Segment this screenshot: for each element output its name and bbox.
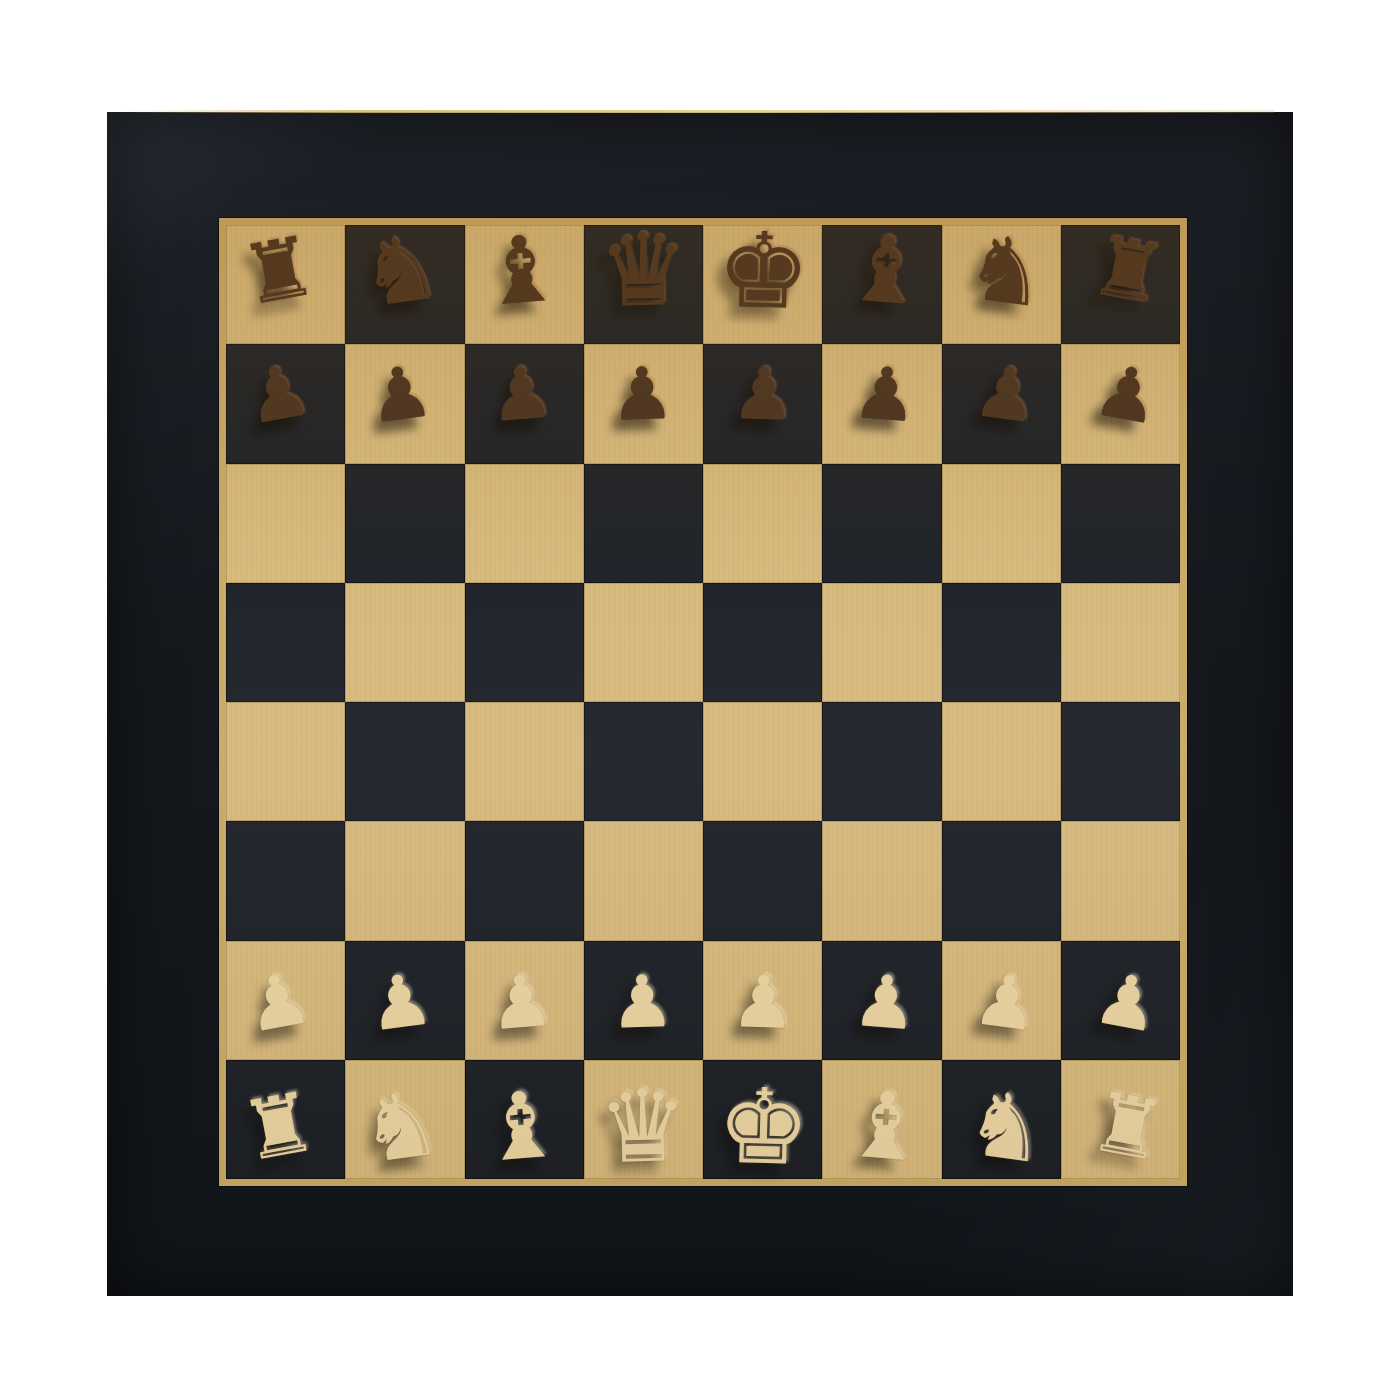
- white-king[interactable]: ♚: [716, 1074, 812, 1180]
- square-a7[interactable]: ♟: [226, 344, 345, 463]
- white-pawn[interactable]: ♟: [969, 962, 1042, 1042]
- square-g5[interactable]: [942, 583, 1061, 702]
- square-h5[interactable]: [1061, 583, 1180, 702]
- square-b2[interactable]: ♟: [345, 941, 464, 1060]
- square-e1[interactable]: ♚: [703, 1060, 822, 1179]
- black-pawn[interactable]: ♟: [850, 355, 920, 432]
- black-queen[interactable]: ♛: [596, 219, 688, 321]
- white-bishop[interactable]: ♝: [476, 1078, 565, 1176]
- square-b6[interactable]: [345, 464, 464, 583]
- square-d2[interactable]: ♟: [584, 941, 703, 1060]
- square-c2[interactable]: ♟: [465, 941, 584, 1060]
- square-f5[interactable]: [822, 583, 941, 702]
- square-d8[interactable]: ♛: [584, 225, 703, 344]
- square-b8[interactable]: ♞: [345, 225, 464, 344]
- square-f3[interactable]: [822, 821, 941, 940]
- square-g8[interactable]: ♞: [942, 225, 1061, 344]
- black-knight[interactable]: ♞: [960, 221, 1052, 321]
- square-f7[interactable]: ♟: [822, 344, 941, 463]
- white-bishop[interactable]: ♝: [840, 1078, 929, 1176]
- square-h1[interactable]: ♜: [1061, 1060, 1180, 1179]
- square-a5[interactable]: [226, 583, 345, 702]
- square-f1[interactable]: ♝: [822, 1060, 941, 1179]
- white-pawn[interactable]: ♟: [240, 961, 317, 1044]
- black-rook[interactable]: ♜: [1084, 224, 1171, 318]
- square-b4[interactable]: [345, 702, 464, 821]
- black-bishop[interactable]: ♝: [840, 222, 929, 320]
- square-c8[interactable]: ♝: [465, 225, 584, 344]
- square-f2[interactable]: ♟: [822, 941, 941, 1060]
- square-c4[interactable]: [465, 702, 584, 821]
- square-c3[interactable]: [465, 821, 584, 940]
- black-pawn[interactable]: ♟: [969, 354, 1042, 434]
- square-e4[interactable]: [703, 702, 822, 821]
- square-g3[interactable]: [942, 821, 1061, 940]
- square-a3[interactable]: [226, 821, 345, 940]
- square-g2[interactable]: ♟: [942, 941, 1061, 1060]
- square-h7[interactable]: ♟: [1061, 344, 1180, 463]
- square-b1[interactable]: ♞: [345, 1060, 464, 1179]
- square-h3[interactable]: [1061, 821, 1180, 940]
- square-a1[interactable]: ♜: [226, 1060, 345, 1179]
- black-pawn[interactable]: ♟: [486, 355, 556, 432]
- black-pawn[interactable]: ♟: [1089, 353, 1166, 436]
- square-g4[interactable]: [942, 702, 1061, 821]
- black-knight[interactable]: ♞: [354, 221, 446, 321]
- white-knight[interactable]: ♞: [354, 1077, 446, 1177]
- square-f8[interactable]: ♝: [822, 225, 941, 344]
- square-b7[interactable]: ♟: [345, 344, 464, 463]
- white-pawn[interactable]: ♟: [363, 962, 436, 1042]
- square-d1[interactable]: ♛: [584, 1060, 703, 1179]
- square-h4[interactable]: [1061, 702, 1180, 821]
- white-pawn[interactable]: ♟: [850, 964, 920, 1041]
- square-d6[interactable]: [584, 464, 703, 583]
- square-f4[interactable]: [822, 702, 941, 821]
- white-pawn[interactable]: ♟: [609, 965, 675, 1039]
- square-b3[interactable]: [345, 821, 464, 940]
- frame-top-glint: [123, 110, 1275, 113]
- square-h8[interactable]: ♜: [1061, 225, 1180, 344]
- square-h2[interactable]: ♟: [1061, 941, 1180, 1060]
- black-pawn[interactable]: ♟: [240, 353, 317, 436]
- square-d4[interactable]: [584, 702, 703, 821]
- black-king[interactable]: ♚: [716, 217, 812, 323]
- square-a6[interactable]: [226, 464, 345, 583]
- black-pawn[interactable]: ♟: [730, 357, 796, 431]
- board-frame: ♜♞♝♛♚♝♞♜♟♟♟♟♟♟♟♟♟♟♟♟♟♟♟♟♜♞♝♛♚♝♞♜: [107, 112, 1293, 1296]
- square-e5[interactable]: [703, 583, 822, 702]
- square-e7[interactable]: ♟: [703, 344, 822, 463]
- white-pawn[interactable]: ♟: [730, 965, 796, 1039]
- black-rook[interactable]: ♜: [235, 224, 322, 318]
- black-pawn[interactable]: ♟: [363, 354, 436, 434]
- square-a8[interactable]: ♜: [226, 225, 345, 344]
- square-d7[interactable]: ♟: [584, 344, 703, 463]
- white-rook[interactable]: ♜: [1084, 1080, 1171, 1174]
- square-a2[interactable]: ♟: [226, 941, 345, 1060]
- square-f6[interactable]: [822, 464, 941, 583]
- black-pawn[interactable]: ♟: [609, 357, 675, 431]
- square-d5[interactable]: [584, 583, 703, 702]
- square-g6[interactable]: [942, 464, 1061, 583]
- square-c5[interactable]: [465, 583, 584, 702]
- square-g1[interactable]: ♞: [942, 1060, 1061, 1179]
- square-d3[interactable]: [584, 821, 703, 940]
- black-bishop[interactable]: ♝: [476, 222, 565, 320]
- square-a4[interactable]: [226, 702, 345, 821]
- white-pawn[interactable]: ♟: [486, 964, 556, 1041]
- square-h6[interactable]: [1061, 464, 1180, 583]
- white-rook[interactable]: ♜: [235, 1080, 322, 1174]
- white-queen[interactable]: ♛: [596, 1076, 688, 1178]
- chess-board: ♜♞♝♛♚♝♞♜♟♟♟♟♟♟♟♟♟♟♟♟♟♟♟♟♜♞♝♛♚♝♞♜: [219, 218, 1187, 1186]
- square-c1[interactable]: ♝: [465, 1060, 584, 1179]
- square-g7[interactable]: ♟: [942, 344, 1061, 463]
- square-e6[interactable]: [703, 464, 822, 583]
- square-b5[interactable]: [345, 583, 464, 702]
- square-c6[interactable]: [465, 464, 584, 583]
- square-c7[interactable]: ♟: [465, 344, 584, 463]
- white-knight[interactable]: ♞: [960, 1077, 1052, 1177]
- white-pawn[interactable]: ♟: [1089, 961, 1166, 1044]
- square-e2[interactable]: ♟: [703, 941, 822, 1060]
- square-e8[interactable]: ♚: [703, 225, 822, 344]
- square-e3[interactable]: [703, 821, 822, 940]
